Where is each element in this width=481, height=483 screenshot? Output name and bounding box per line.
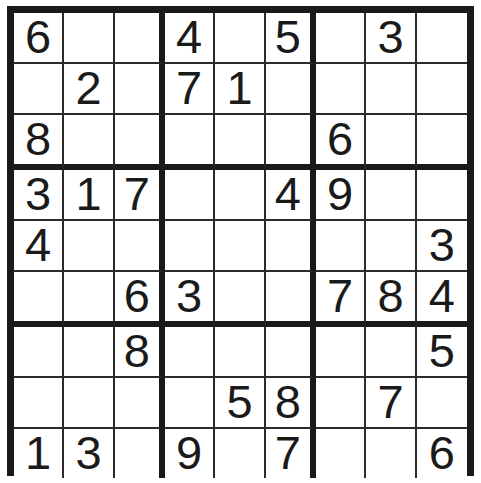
sudoku-cell-r7c8[interactable]: [366, 327, 416, 378]
sudoku-cell-r4c9[interactable]: [417, 170, 467, 221]
sudoku-cell-r2c3[interactable]: [115, 64, 165, 115]
sudoku-cell-r2c7[interactable]: [316, 64, 366, 115]
sudoku-cell-r8c5[interactable]: 5: [215, 378, 265, 429]
sudoku-cell-r1c5[interactable]: [215, 13, 265, 64]
sudoku-cell-r2c5[interactable]: 1: [215, 64, 265, 115]
sudoku-cell-r9c3[interactable]: [115, 429, 165, 478]
sudoku-cell-r3c7[interactable]: 6: [316, 115, 366, 170]
sudoku-cell-r5c7[interactable]: [316, 221, 366, 272]
sudoku-cell-r9c1[interactable]: 1: [14, 429, 64, 478]
sudoku-cell-r9c8[interactable]: [366, 429, 416, 478]
sudoku-cell-r4c2[interactable]: 1: [64, 170, 114, 221]
sudoku-cell-r3c4[interactable]: [165, 115, 215, 170]
sudoku-cell-r4c6[interactable]: 4: [266, 170, 316, 221]
sudoku-cell-r1c8[interactable]: 3: [366, 13, 416, 64]
sudoku-cell-r6c8[interactable]: 8: [366, 272, 416, 327]
sudoku-cell-r5c6[interactable]: [266, 221, 316, 272]
sudoku-cell-r1c6[interactable]: 5: [266, 13, 316, 64]
sudoku-cell-r1c2[interactable]: [64, 13, 114, 64]
sudoku-cell-r7c5[interactable]: [215, 327, 265, 378]
sudoku-cell-r3c1[interactable]: 8: [14, 115, 64, 170]
sudoku-cell-r8c9[interactable]: [417, 378, 467, 429]
sudoku-cell-r1c4[interactable]: 4: [165, 13, 215, 64]
sudoku-cell-r4c5[interactable]: [215, 170, 265, 221]
sudoku-cell-r7c3[interactable]: 8: [115, 327, 165, 378]
sudoku-cell-r5c1[interactable]: 4: [14, 221, 64, 272]
sudoku-cell-r8c4[interactable]: [165, 378, 215, 429]
sudoku-cell-r4c3[interactable]: 7: [115, 170, 165, 221]
sudoku-cell-r3c8[interactable]: [366, 115, 416, 170]
sudoku-cell-r6c1[interactable]: [14, 272, 64, 327]
sudoku-cell-r4c1[interactable]: 3: [14, 170, 64, 221]
sudoku-cell-r6c2[interactable]: [64, 272, 114, 327]
sudoku-cell-r6c9[interactable]: 4: [417, 272, 467, 327]
sudoku-cell-r6c3[interactable]: 6: [115, 272, 165, 327]
sudoku-cell-r6c5[interactable]: [215, 272, 265, 327]
sudoku-cell-r9c6[interactable]: 7: [266, 429, 316, 478]
sudoku-cell-r9c5[interactable]: [215, 429, 265, 478]
sudoku-cell-r9c9[interactable]: 6: [417, 429, 467, 478]
sudoku-cell-r7c1[interactable]: [14, 327, 64, 378]
sudoku-cell-r4c8[interactable]: [366, 170, 416, 221]
sudoku-cell-r1c9[interactable]: [417, 13, 467, 64]
sudoku-cell-r2c1[interactable]: [14, 64, 64, 115]
sudoku-cell-r2c4[interactable]: 7: [165, 64, 215, 115]
sudoku-cell-r9c2[interactable]: 3: [64, 429, 114, 478]
sudoku-cell-r7c9[interactable]: 5: [417, 327, 467, 378]
sudoku-cell-r3c3[interactable]: [115, 115, 165, 170]
sudoku-cell-r5c5[interactable]: [215, 221, 265, 272]
sudoku-cell-r5c8[interactable]: [366, 221, 416, 272]
sudoku-cell-r7c6[interactable]: [266, 327, 316, 378]
sudoku-cell-r6c6[interactable]: [266, 272, 316, 327]
sudoku-cell-r7c7[interactable]: [316, 327, 366, 378]
sudoku-cell-r6c7[interactable]: 7: [316, 272, 366, 327]
sudoku-cell-r4c7[interactable]: 9: [316, 170, 366, 221]
sudoku-cell-r8c2[interactable]: [64, 378, 114, 429]
sudoku-cell-r3c6[interactable]: [266, 115, 316, 170]
sudoku-cell-r8c1[interactable]: [14, 378, 64, 429]
sudoku-cell-r5c2[interactable]: [64, 221, 114, 272]
sudoku-cell-r5c4[interactable]: [165, 221, 215, 272]
sudoku-board: 6453271863174943637848558713976: [7, 6, 474, 476]
sudoku-cell-r1c3[interactable]: [115, 13, 165, 64]
sudoku-cell-r8c3[interactable]: [115, 378, 165, 429]
sudoku-cell-r2c9[interactable]: [417, 64, 467, 115]
sudoku-cell-r7c4[interactable]: [165, 327, 215, 378]
sudoku-cell-r8c6[interactable]: 8: [266, 378, 316, 429]
sudoku-cell-r9c7[interactable]: [316, 429, 366, 478]
sudoku-cell-r4c4[interactable]: [165, 170, 215, 221]
sudoku-cell-r2c2[interactable]: 2: [64, 64, 114, 115]
sudoku-cell-r3c5[interactable]: [215, 115, 265, 170]
sudoku-cell-r2c8[interactable]: [366, 64, 416, 115]
sudoku-cell-r3c2[interactable]: [64, 115, 114, 170]
sudoku-cell-r3c9[interactable]: [417, 115, 467, 170]
sudoku-cell-r7c2[interactable]: [64, 327, 114, 378]
sudoku-cell-r9c4[interactable]: 9: [165, 429, 215, 478]
sudoku-cell-r8c8[interactable]: 7: [366, 378, 416, 429]
sudoku-cell-r1c7[interactable]: [316, 13, 366, 64]
sudoku-cell-r5c9[interactable]: 3: [417, 221, 467, 272]
sudoku-cell-r6c4[interactable]: 3: [165, 272, 215, 327]
sudoku-cell-r1c1[interactable]: 6: [14, 13, 64, 64]
sudoku-page: 6453271863174943637848558713976: [0, 0, 481, 483]
sudoku-cell-r8c7[interactable]: [316, 378, 366, 429]
sudoku-cell-r5c3[interactable]: [115, 221, 165, 272]
sudoku-cell-r2c6[interactable]: [266, 64, 316, 115]
